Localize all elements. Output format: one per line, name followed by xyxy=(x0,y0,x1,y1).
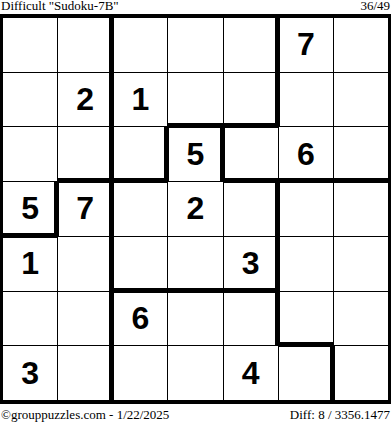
cell-r7c4[interactable] xyxy=(168,346,222,400)
cell-r2c3[interactable]: 1 xyxy=(113,73,167,127)
puzzle-page: { "game": "jigsaw-sudoku-7x7", "header":… xyxy=(0,0,391,426)
cell-r4c5[interactable] xyxy=(224,182,278,236)
cell-r4c4[interactable]: 2 xyxy=(168,182,222,236)
cell-r1c2[interactable] xyxy=(58,18,112,72)
sudoku-grid: 7215657213634 xyxy=(0,14,391,404)
cell-r1c6[interactable]: 7 xyxy=(279,18,333,72)
blank-count: 36/49 xyxy=(360,0,390,13)
cell-r5c6[interactable] xyxy=(279,237,333,291)
cell-r3c3[interactable] xyxy=(113,127,167,181)
cell-r3c6[interactable]: 6 xyxy=(279,127,333,181)
footer-difficulty: Diff: 8 / 3356.1477 xyxy=(290,407,390,422)
cell-r1c4[interactable] xyxy=(168,18,222,72)
cell-r6c1[interactable] xyxy=(3,292,57,346)
cell-r6c4[interactable] xyxy=(168,292,222,346)
cell-r1c3[interactable] xyxy=(113,18,167,72)
cell-r1c5[interactable] xyxy=(224,18,278,72)
header-bar: Difficult "Sudoku-7B" 36/49 xyxy=(1,0,390,13)
cell-r4c3[interactable] xyxy=(113,182,167,236)
footer-copyright: ©grouppuzzles.com - 1/22/2025 xyxy=(1,407,169,422)
cell-r7c7[interactable] xyxy=(334,346,388,400)
cell-r4c6[interactable] xyxy=(279,182,333,236)
cell-r7c3[interactable] xyxy=(113,346,167,400)
cell-r3c7[interactable] xyxy=(334,127,388,181)
cell-r4c1[interactable]: 5 xyxy=(3,182,57,236)
cell-r5c2[interactable] xyxy=(58,237,112,291)
cell-r7c5[interactable]: 4 xyxy=(224,346,278,400)
cell-r7c1[interactable]: 3 xyxy=(3,346,57,400)
cell-r1c7[interactable] xyxy=(334,18,388,72)
cell-r2c4[interactable] xyxy=(168,73,222,127)
footer-bar: ©grouppuzzles.com - 1/22/2025 Diff: 8 / … xyxy=(1,407,390,423)
cell-r1c1[interactable] xyxy=(3,18,57,72)
cell-r2c5[interactable] xyxy=(224,73,278,127)
cell-r2c1[interactable] xyxy=(3,73,57,127)
cell-r3c2[interactable] xyxy=(58,127,112,181)
cell-r5c7[interactable] xyxy=(334,237,388,291)
cell-r7c6[interactable] xyxy=(279,346,333,400)
cell-r5c1[interactable]: 1 xyxy=(3,237,57,291)
cell-r5c5[interactable]: 3 xyxy=(224,237,278,291)
cell-r4c7[interactable] xyxy=(334,182,388,236)
cell-r3c4[interactable]: 5 xyxy=(168,127,222,181)
cell-r3c5[interactable] xyxy=(224,127,278,181)
cell-r4c2[interactable]: 7 xyxy=(58,182,112,236)
cell-r2c7[interactable] xyxy=(334,73,388,127)
cell-r6c3[interactable]: 6 xyxy=(113,292,167,346)
page-title: Difficult "Sudoku-7B" xyxy=(1,0,119,13)
cell-r2c6[interactable] xyxy=(279,73,333,127)
cell-r6c2[interactable] xyxy=(58,292,112,346)
cell-r6c7[interactable] xyxy=(334,292,388,346)
cell-r5c3[interactable] xyxy=(113,237,167,291)
cell-r3c1[interactable] xyxy=(3,127,57,181)
cell-r7c2[interactable] xyxy=(58,346,112,400)
cell-r2c2[interactable]: 2 xyxy=(58,73,112,127)
cell-r6c5[interactable] xyxy=(224,292,278,346)
cell-r6c6[interactable] xyxy=(279,292,333,346)
cell-r5c4[interactable] xyxy=(168,237,222,291)
